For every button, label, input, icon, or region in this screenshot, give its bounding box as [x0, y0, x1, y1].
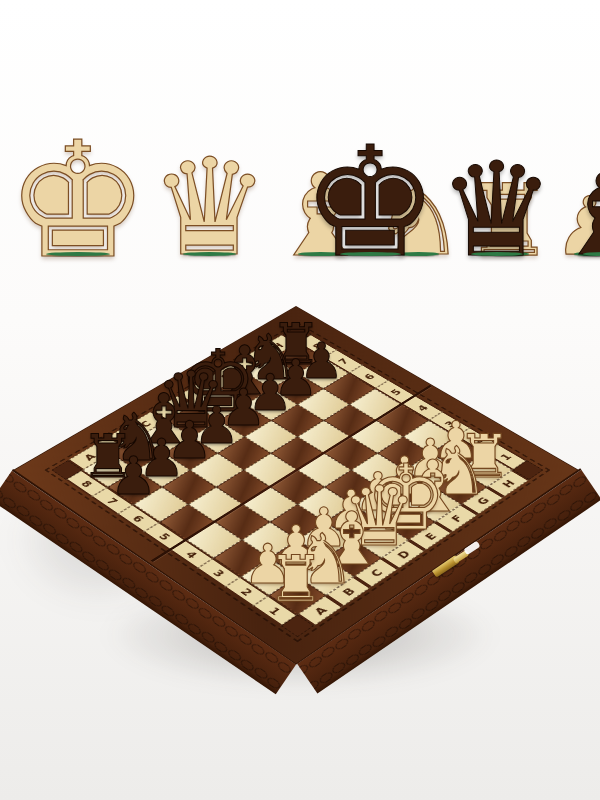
felt-base [340, 252, 401, 256]
rank-label-left-4-text: 4 [183, 548, 201, 560]
file-label-bottom-e-text: E [421, 530, 439, 541]
rank-label-left-1-text: 1 [266, 604, 284, 616]
bishop-icon: ♝ [555, 170, 600, 262]
showcase-dark-queen: ♛ [438, 157, 555, 256]
rank-label-left-6-text: 6 [130, 513, 148, 524]
king-icon: ♚ [6, 135, 149, 266]
rank-label-right-3-text: 3 [441, 419, 458, 429]
rank-label-left-8-text: 8 [78, 478, 95, 489]
file-label-bottom-c-text: C [367, 567, 385, 579]
file-label-bottom-g-text: G [473, 495, 492, 507]
dark-pieces-row: ♚♛♝♞♜♟ [302, 141, 586, 256]
file-label-top-c-text: C [137, 419, 154, 429]
light-pieces-row: ♚♛♝♞♜♟ [6, 135, 290, 256]
file-label-top-a-text: A [81, 451, 98, 462]
king-icon: ♚ [302, 141, 438, 266]
felt-base [183, 252, 237, 256]
rank-label-right-4-text: 4 [414, 403, 431, 413]
rank-label-right-1-text: 1 [497, 451, 514, 462]
rank-label-left-5-text: 5 [156, 530, 174, 541]
rank-label-left-3-text: 3 [210, 567, 228, 579]
chess-board: ABCDEFGH8877665544332211ABCDEFGH [13, 306, 579, 665]
rank-label-right-2-text: 2 [469, 435, 486, 445]
file-label-bottom-a-text: A [311, 604, 330, 617]
showcase-light-king: ♚ [6, 135, 149, 256]
rank-label-right-8-text: 8 [309, 341, 325, 350]
showcase-dark-bishop: ♝ [555, 170, 600, 256]
rank-label-left-2-text: 2 [238, 585, 256, 597]
rank-label-right-7-text: 7 [335, 356, 351, 366]
rank-label-right-6-text: 6 [361, 372, 377, 382]
rank-label-left-7-text: 7 [104, 495, 121, 506]
felt-base [471, 252, 523, 256]
piece-showcase: ♚♛♝♞♜♟ ♚♛♝♞♜♟ [0, 0, 600, 258]
felt-base [46, 252, 110, 256]
queen-icon: ♛ [438, 157, 555, 264]
file-label-top-e-text: E [191, 387, 207, 397]
showcase-dark-king: ♚ [302, 141, 438, 256]
file-label-bottom-d-text: D [394, 548, 413, 560]
file-label-bottom-h-text: H [499, 478, 518, 490]
showcase-light-queen: ♛ [149, 154, 269, 256]
rank-label-right-5-text: 5 [387, 387, 403, 397]
file-label-top-f-text: F [218, 372, 234, 382]
file-label-bottom-f-text: F [448, 513, 465, 524]
file-label-top-b-text: B [109, 435, 126, 446]
queen-icon: ♛ [149, 154, 269, 264]
file-label-bottom-b-text: B [339, 585, 358, 597]
product-photo-scene: ABCDEFGH8877665544332211ABCDEFGH ♜♞♝♛♚♝♞… [0, 0, 600, 800]
